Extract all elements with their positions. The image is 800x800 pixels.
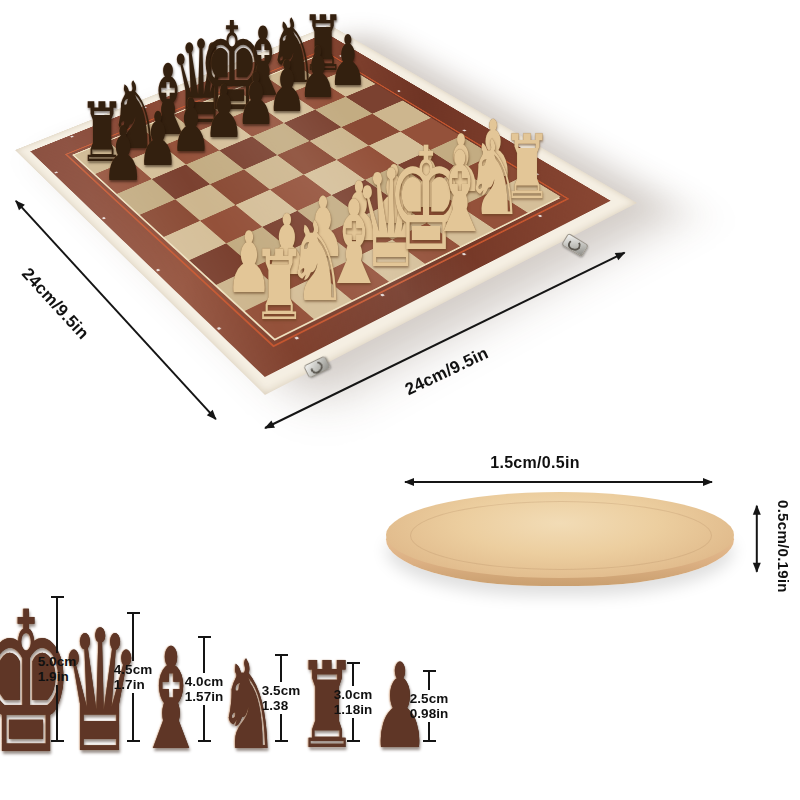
checker-thickness-label: 0.5cm/0.19in	[775, 500, 792, 593]
board-grid	[74, 53, 560, 338]
lineup-label-rook: 3.0cm1.18in	[334, 686, 372, 718]
checker-thickness-arrow	[756, 506, 758, 572]
lineup-label-queen: 4.5cm1.7in	[114, 661, 152, 693]
lineup-label-knight: 3.5cm1.38	[262, 682, 300, 714]
arrowhead-icon	[615, 248, 627, 260]
product-photo-stage: ♜♞♝♛♚♝♞♜♟♟♟♟♟♟♟♟♟♟♟♟♟♟♟♟♜♞♝♛♚♝♞♜ 24cm/9.…	[0, 0, 800, 800]
board-left-dimension-label: 24cm/9.5in	[17, 264, 93, 344]
board-frame	[30, 33, 610, 377]
right-clasp-icon	[561, 233, 589, 257]
arrowhead-icon	[753, 505, 761, 515]
board-wooden-edge	[15, 25, 637, 395]
arrowhead-icon	[703, 478, 713, 486]
arrowhead-icon	[404, 478, 414, 486]
frame-red-pinstripe	[65, 50, 570, 348]
lineup-dimension-rook: 3.0cm1.18in	[325, 662, 381, 742]
arrowhead-icon	[753, 563, 761, 573]
lineup-dimension-bishop: 4.0cm1.57in	[176, 636, 232, 742]
lineup-label-bishop: 4.0cm1.57in	[185, 673, 223, 705]
frame-cream-pinstripe	[72, 53, 560, 341]
arrowhead-icon	[207, 410, 220, 423]
lineup-label-king: 5.0cm1.9in	[38, 653, 76, 685]
checker-piece	[386, 492, 734, 588]
lineup-dimension-king: 5.0cm1.9in	[29, 596, 85, 742]
chess-board	[15, 25, 637, 395]
arrowhead-icon	[13, 197, 26, 210]
lineup-dimension-pawn: 2.5cm0.98in	[401, 670, 457, 742]
board-front-dimension-label: 24cm/9.5in	[402, 343, 492, 400]
arrowhead-icon	[262, 420, 274, 432]
checker-top-face	[386, 492, 734, 578]
lineup-dimension-knight: 3.5cm1.38	[253, 654, 309, 742]
checker-diameter-arrow	[405, 481, 712, 483]
lineup-dimension-queen: 4.5cm1.7in	[105, 612, 161, 742]
checker-diameter-label: 1.5cm/0.5in	[435, 454, 635, 472]
lineup-label-pawn: 2.5cm0.98in	[410, 690, 448, 722]
